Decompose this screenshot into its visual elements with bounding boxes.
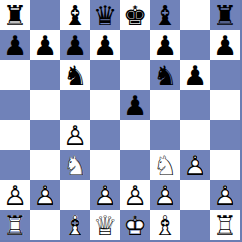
- white-pawn[interactable]: ♟♙: [30, 180, 60, 210]
- white-pawn[interactable]: ♟♙: [120, 180, 150, 210]
- square-d2[interactable]: ♟♙: [90, 180, 120, 210]
- square-g6[interactable]: ♟: [180, 60, 210, 90]
- square-b8[interactable]: [30, 0, 60, 30]
- square-e1[interactable]: ♚♔: [120, 210, 150, 240]
- black-bishop[interactable]: ♝: [60, 0, 90, 30]
- black-knight[interactable]: ♞: [150, 60, 180, 90]
- square-h3[interactable]: [210, 150, 240, 180]
- square-b6[interactable]: [30, 60, 60, 90]
- square-d6[interactable]: [90, 60, 120, 90]
- square-a8[interactable]: ♜: [0, 0, 30, 30]
- black-pawn[interactable]: ♟: [150, 30, 180, 60]
- square-g4[interactable]: [180, 120, 210, 150]
- white-knight[interactable]: ♞♘: [150, 150, 180, 180]
- square-f4[interactable]: [150, 120, 180, 150]
- square-h6[interactable]: [210, 60, 240, 90]
- square-b4[interactable]: [30, 120, 60, 150]
- square-h1[interactable]: ♜♖: [210, 210, 240, 240]
- square-a2[interactable]: ♟♙: [0, 180, 30, 210]
- white-pawn[interactable]: ♟♙: [150, 180, 180, 210]
- square-d1[interactable]: ♛♕: [90, 210, 120, 240]
- square-d8[interactable]: ♛: [90, 0, 120, 30]
- square-d4[interactable]: [90, 120, 120, 150]
- square-b5[interactable]: [30, 90, 60, 120]
- white-king[interactable]: ♚♔: [120, 210, 150, 240]
- square-a1[interactable]: ♜♖: [0, 210, 30, 240]
- chess-board: ♜♝♛♚♝♜♟♟♟♟♟♟♞♞♟♟♟♙♞♘♞♘♟♙♟♙♟♙♟♙♟♙♟♙♟♙♜♖♝♗…: [0, 0, 240, 240]
- square-h4[interactable]: [210, 120, 240, 150]
- chess-board-frame: ♜♝♛♚♝♜♟♟♟♟♟♟♞♞♟♟♟♙♞♘♞♘♟♙♟♙♟♙♟♙♟♙♟♙♟♙♜♖♝♗…: [0, 0, 242, 242]
- black-rook[interactable]: ♜: [210, 0, 240, 30]
- white-pawn[interactable]: ♟♙: [210, 180, 240, 210]
- square-h2[interactable]: ♟♙: [210, 180, 240, 210]
- square-c6[interactable]: ♞: [60, 60, 90, 90]
- square-e5[interactable]: ♟: [120, 90, 150, 120]
- black-pawn[interactable]: ♟: [90, 30, 120, 60]
- black-queen[interactable]: ♛: [90, 0, 120, 30]
- white-pawn[interactable]: ♟♙: [180, 150, 210, 180]
- square-f1[interactable]: ♝♗: [150, 210, 180, 240]
- square-a5[interactable]: [0, 90, 30, 120]
- square-d7[interactable]: ♟: [90, 30, 120, 60]
- square-e2[interactable]: ♟♙: [120, 180, 150, 210]
- square-b7[interactable]: ♟: [30, 30, 60, 60]
- black-pawn[interactable]: ♟: [0, 30, 30, 60]
- square-a3[interactable]: [0, 150, 30, 180]
- square-h8[interactable]: ♜: [210, 0, 240, 30]
- black-rook[interactable]: ♜: [0, 0, 30, 30]
- square-c8[interactable]: ♝: [60, 0, 90, 30]
- white-queen[interactable]: ♛♕: [90, 210, 120, 240]
- square-g2[interactable]: [180, 180, 210, 210]
- square-h5[interactable]: [210, 90, 240, 120]
- square-e4[interactable]: [120, 120, 150, 150]
- square-e7[interactable]: [120, 30, 150, 60]
- black-bishop[interactable]: ♝: [150, 0, 180, 30]
- square-e3[interactable]: [120, 150, 150, 180]
- square-g3[interactable]: ♟♙: [180, 150, 210, 180]
- square-f2[interactable]: ♟♙: [150, 180, 180, 210]
- black-knight[interactable]: ♞: [60, 60, 90, 90]
- square-f7[interactable]: ♟: [150, 30, 180, 60]
- square-a4[interactable]: [0, 120, 30, 150]
- square-b1[interactable]: [30, 210, 60, 240]
- black-pawn[interactable]: ♟: [120, 90, 150, 120]
- white-pawn[interactable]: ♟♙: [0, 180, 30, 210]
- square-a6[interactable]: [0, 60, 30, 90]
- square-d5[interactable]: [90, 90, 120, 120]
- square-g1[interactable]: [180, 210, 210, 240]
- square-b3[interactable]: [30, 150, 60, 180]
- black-pawn[interactable]: ♟: [210, 30, 240, 60]
- white-pawn[interactable]: ♟♙: [90, 180, 120, 210]
- black-pawn[interactable]: ♟: [30, 30, 60, 60]
- square-e8[interactable]: ♚: [120, 0, 150, 30]
- square-c2[interactable]: [60, 180, 90, 210]
- square-f8[interactable]: ♝: [150, 0, 180, 30]
- white-bishop[interactable]: ♝♗: [150, 210, 180, 240]
- white-rook[interactable]: ♜♖: [210, 210, 240, 240]
- square-d3[interactable]: [90, 150, 120, 180]
- square-b2[interactable]: ♟♙: [30, 180, 60, 210]
- white-rook[interactable]: ♜♖: [0, 210, 30, 240]
- square-c5[interactable]: [60, 90, 90, 120]
- white-pawn[interactable]: ♟♙: [60, 120, 90, 150]
- square-c4[interactable]: ♟♙: [60, 120, 90, 150]
- black-pawn[interactable]: ♟: [180, 60, 210, 90]
- square-c7[interactable]: ♟: [60, 30, 90, 60]
- square-f5[interactable]: [150, 90, 180, 120]
- white-bishop[interactable]: ♝♗: [60, 210, 90, 240]
- square-a7[interactable]: ♟: [0, 30, 30, 60]
- square-e6[interactable]: [120, 60, 150, 90]
- square-c1[interactable]: ♝♗: [60, 210, 90, 240]
- square-g5[interactable]: [180, 90, 210, 120]
- black-pawn[interactable]: ♟: [60, 30, 90, 60]
- square-h7[interactable]: ♟: [210, 30, 240, 60]
- square-f3[interactable]: ♞♘: [150, 150, 180, 180]
- square-c3[interactable]: ♞♘: [60, 150, 90, 180]
- square-f6[interactable]: ♞: [150, 60, 180, 90]
- square-g8[interactable]: [180, 0, 210, 30]
- white-knight[interactable]: ♞♘: [60, 150, 90, 180]
- square-g7[interactable]: [180, 30, 210, 60]
- black-king[interactable]: ♚: [120, 0, 150, 30]
